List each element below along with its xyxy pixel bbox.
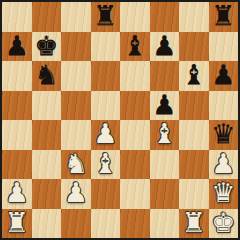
square-h1[interactable]: ♚ [209, 209, 239, 239]
square-h4[interactable]: ♛ [209, 120, 239, 150]
white-pawn: ♟ [93, 120, 117, 147]
square-f5[interactable]: ♟ [150, 91, 180, 121]
square-c7[interactable] [61, 32, 91, 62]
square-g6[interactable]: ♝ [179, 61, 209, 91]
black-bishop: ♝ [123, 32, 147, 59]
square-a1[interactable]: ♜ [2, 209, 32, 239]
square-a6[interactable] [2, 61, 32, 91]
square-d8[interactable]: ♜ [91, 2, 121, 32]
square-d2[interactable] [91, 179, 121, 209]
square-e7[interactable]: ♝ [120, 32, 150, 62]
black-rook: ♜ [211, 2, 235, 29]
black-king: ♚ [34, 32, 58, 59]
black-rook: ♜ [93, 2, 117, 29]
black-queen: ♛ [211, 120, 235, 147]
square-a7[interactable]: ♟ [2, 32, 32, 62]
black-pawn: ♟ [152, 91, 176, 118]
square-c4[interactable] [61, 120, 91, 150]
white-knight: ♞ [64, 150, 88, 177]
square-a4[interactable] [2, 120, 32, 150]
square-c6[interactable] [61, 61, 91, 91]
square-h3[interactable]: ♟ [209, 150, 239, 180]
square-g3[interactable] [179, 150, 209, 180]
white-queen: ♛ [211, 179, 235, 206]
square-g7[interactable] [179, 32, 209, 62]
square-d7[interactable] [91, 32, 121, 62]
square-b8[interactable] [32, 2, 62, 32]
square-b1[interactable] [32, 209, 62, 239]
square-c8[interactable] [61, 2, 91, 32]
square-h7[interactable] [209, 32, 239, 62]
black-knight: ♞ [34, 61, 58, 88]
square-g1[interactable]: ♜ [179, 209, 209, 239]
square-e4[interactable] [120, 120, 150, 150]
square-f3[interactable] [150, 150, 180, 180]
square-d6[interactable] [91, 61, 121, 91]
square-f8[interactable] [150, 2, 180, 32]
square-h8[interactable]: ♜ [209, 2, 239, 32]
square-g2[interactable] [179, 179, 209, 209]
square-g4[interactable] [179, 120, 209, 150]
square-h6[interactable]: ♟ [209, 61, 239, 91]
square-h5[interactable] [209, 91, 239, 121]
board-squares: ♜♜♟♚♝♟♞♝♟♟♟♝♛♞♝♟♟♟♛♜♜♚ [2, 2, 238, 238]
square-d3[interactable]: ♝ [91, 150, 121, 180]
square-a8[interactable] [2, 2, 32, 32]
square-e3[interactable] [120, 150, 150, 180]
square-f7[interactable]: ♟ [150, 32, 180, 62]
square-f1[interactable] [150, 209, 180, 239]
black-bishop: ♝ [182, 61, 206, 88]
square-c3[interactable]: ♞ [61, 150, 91, 180]
square-b4[interactable] [32, 120, 62, 150]
white-king: ♚ [211, 209, 235, 236]
square-a3[interactable] [2, 150, 32, 180]
square-f2[interactable] [150, 179, 180, 209]
white-pawn: ♟ [5, 179, 29, 206]
square-f6[interactable] [150, 61, 180, 91]
square-e6[interactable] [120, 61, 150, 91]
square-h2[interactable]: ♛ [209, 179, 239, 209]
square-e2[interactable] [120, 179, 150, 209]
white-bishop: ♝ [93, 150, 117, 177]
square-e8[interactable] [120, 2, 150, 32]
square-g8[interactable] [179, 2, 209, 32]
black-pawn: ♟ [5, 32, 29, 59]
white-bishop: ♝ [152, 120, 176, 147]
square-b2[interactable] [32, 179, 62, 209]
square-d1[interactable] [91, 209, 121, 239]
black-pawn: ♟ [211, 61, 235, 88]
square-d4[interactable]: ♟ [91, 120, 121, 150]
black-pawn: ♟ [152, 32, 176, 59]
square-e1[interactable] [120, 209, 150, 239]
square-b3[interactable] [32, 150, 62, 180]
white-rook: ♜ [182, 209, 206, 236]
chess-board: ♜♜♟♚♝♟♞♝♟♟♟♝♛♞♝♟♟♟♛♜♜♚ [0, 0, 240, 240]
square-b6[interactable]: ♞ [32, 61, 62, 91]
square-b7[interactable]: ♚ [32, 32, 62, 62]
white-pawn: ♟ [211, 150, 235, 177]
square-c2[interactable]: ♟ [61, 179, 91, 209]
square-c5[interactable] [61, 91, 91, 121]
square-g5[interactable] [179, 91, 209, 121]
white-rook: ♜ [5, 209, 29, 236]
square-b5[interactable] [32, 91, 62, 121]
square-c1[interactable] [61, 209, 91, 239]
square-f4[interactable]: ♝ [150, 120, 180, 150]
square-a2[interactable]: ♟ [2, 179, 32, 209]
square-e5[interactable] [120, 91, 150, 121]
square-a5[interactable] [2, 91, 32, 121]
white-pawn: ♟ [64, 179, 88, 206]
square-d5[interactable] [91, 91, 121, 121]
